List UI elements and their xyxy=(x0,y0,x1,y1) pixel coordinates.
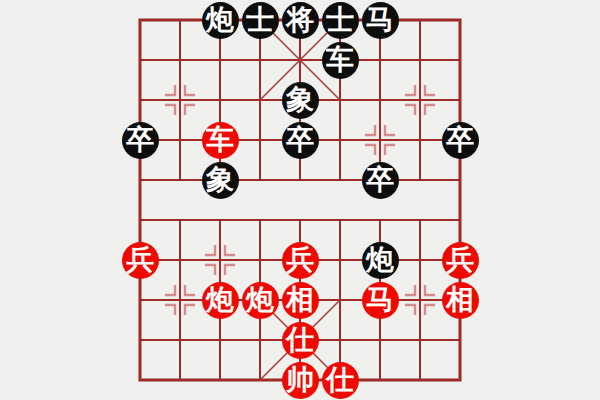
piece-black-advisor[interactable]: 士 xyxy=(242,2,279,39)
piece-red-advisor[interactable]: 仕 xyxy=(282,322,319,359)
piece-black-elephant[interactable]: 象 xyxy=(202,162,239,199)
board-grid[interactable]: 炮士将士马车象卒车卒卒象卒兵兵炮兵炮炮相马相仕帅仕 xyxy=(120,0,480,400)
piece-red-horse[interactable]: 马 xyxy=(362,282,399,319)
piece-red-elephant[interactable]: 相 xyxy=(442,282,479,319)
piece-black-cannon[interactable]: 炮 xyxy=(202,2,239,39)
piece-red-soldier[interactable]: 兵 xyxy=(282,242,319,279)
piece-black-chariot[interactable]: 车 xyxy=(322,42,359,79)
piece-red-cannon[interactable]: 炮 xyxy=(242,282,279,319)
piece-black-soldier[interactable]: 卒 xyxy=(122,122,159,159)
piece-red-general[interactable]: 帅 xyxy=(282,362,319,399)
piece-black-horse[interactable]: 马 xyxy=(362,2,399,39)
piece-black-soldier[interactable]: 卒 xyxy=(442,122,479,159)
xiangqi-diagram: 炮士将士马车象卒车卒卒象卒兵兵炮兵炮炮相马相仕帅仕 xyxy=(0,0,600,400)
piece-red-soldier[interactable]: 兵 xyxy=(442,242,479,279)
piece-black-soldier[interactable]: 卒 xyxy=(282,122,319,159)
piece-black-advisor[interactable]: 士 xyxy=(322,2,359,39)
piece-red-cannon[interactable]: 炮 xyxy=(202,282,239,319)
piece-black-general[interactable]: 将 xyxy=(282,2,319,39)
piece-red-advisor[interactable]: 仕 xyxy=(322,362,359,399)
piece-red-chariot[interactable]: 车 xyxy=(202,122,239,159)
piece-red-elephant[interactable]: 相 xyxy=(282,282,319,319)
piece-black-soldier[interactable]: 卒 xyxy=(362,162,399,199)
piece-black-cannon[interactable]: 炮 xyxy=(362,242,399,279)
piece-red-soldier[interactable]: 兵 xyxy=(122,242,159,279)
piece-black-elephant[interactable]: 象 xyxy=(282,82,319,119)
